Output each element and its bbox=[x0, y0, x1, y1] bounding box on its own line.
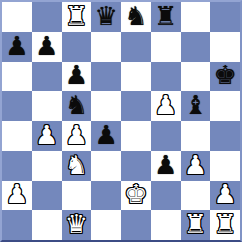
square-c3[interactable]: ♞ bbox=[62, 151, 92, 181]
square-f2[interactable] bbox=[151, 181, 181, 211]
white-rook[interactable]: ♜ bbox=[213, 211, 236, 237]
black-pawn[interactable]: ♟ bbox=[5, 33, 28, 59]
square-e1[interactable] bbox=[121, 210, 151, 240]
white-pawn[interactable]: ♟ bbox=[35, 122, 58, 148]
square-e6[interactable] bbox=[121, 62, 151, 92]
chess-board-grid: ♜♛♞♜♟♟♟♚♞♟♝♟♟♟♞♟♟♟♚♟♛♜♜ bbox=[2, 2, 240, 240]
square-c2[interactable] bbox=[62, 181, 92, 211]
square-b6[interactable] bbox=[32, 62, 62, 92]
square-d8[interactable]: ♛ bbox=[91, 2, 121, 32]
square-c7[interactable] bbox=[62, 32, 92, 62]
square-d5[interactable] bbox=[91, 91, 121, 121]
square-b2[interactable] bbox=[32, 181, 62, 211]
white-pawn[interactable]: ♟ bbox=[5, 181, 28, 207]
square-e7[interactable] bbox=[121, 32, 151, 62]
square-b7[interactable]: ♟ bbox=[32, 32, 62, 62]
white-rook[interactable]: ♜ bbox=[65, 3, 88, 29]
square-h3[interactable] bbox=[210, 151, 240, 181]
square-g3[interactable]: ♟ bbox=[181, 151, 211, 181]
square-h1[interactable]: ♜ bbox=[210, 210, 240, 240]
white-knight[interactable]: ♞ bbox=[65, 152, 88, 178]
black-pawn[interactable]: ♟ bbox=[35, 33, 58, 59]
square-h2[interactable]: ♟ bbox=[210, 181, 240, 211]
black-rook[interactable]: ♜ bbox=[154, 3, 177, 29]
black-knight[interactable]: ♞ bbox=[65, 92, 88, 118]
square-f3[interactable]: ♟ bbox=[151, 151, 181, 181]
square-h8[interactable] bbox=[210, 2, 240, 32]
square-f7[interactable] bbox=[151, 32, 181, 62]
black-queen[interactable]: ♛ bbox=[94, 3, 117, 29]
square-f6[interactable] bbox=[151, 62, 181, 92]
black-king[interactable]: ♚ bbox=[213, 62, 236, 88]
black-knight[interactable]: ♞ bbox=[124, 3, 147, 29]
square-d6[interactable] bbox=[91, 62, 121, 92]
square-g2[interactable] bbox=[181, 181, 211, 211]
square-d2[interactable] bbox=[91, 181, 121, 211]
square-e4[interactable] bbox=[121, 121, 151, 151]
white-pawn[interactable]: ♟ bbox=[154, 92, 177, 118]
chess-board: ♜♛♞♜♟♟♟♚♞♟♝♟♟♟♞♟♟♟♚♟♛♜♜ bbox=[0, 0, 242, 242]
square-c5[interactable]: ♞ bbox=[62, 91, 92, 121]
square-c1[interactable]: ♛ bbox=[62, 210, 92, 240]
black-bishop[interactable]: ♝ bbox=[184, 92, 207, 118]
square-f5[interactable]: ♟ bbox=[151, 91, 181, 121]
square-a1[interactable] bbox=[2, 210, 32, 240]
square-g4[interactable] bbox=[181, 121, 211, 151]
square-f4[interactable] bbox=[151, 121, 181, 151]
square-f1[interactable] bbox=[151, 210, 181, 240]
square-b1[interactable] bbox=[32, 210, 62, 240]
square-g5[interactable]: ♝ bbox=[181, 91, 211, 121]
square-c4[interactable]: ♟ bbox=[62, 121, 92, 151]
square-b4[interactable]: ♟ bbox=[32, 121, 62, 151]
square-h4[interactable] bbox=[210, 121, 240, 151]
black-pawn[interactable]: ♟ bbox=[154, 152, 177, 178]
square-e5[interactable] bbox=[121, 91, 151, 121]
square-f8[interactable]: ♜ bbox=[151, 2, 181, 32]
square-c6[interactable]: ♟ bbox=[62, 62, 92, 92]
square-h5[interactable] bbox=[210, 91, 240, 121]
square-a5[interactable] bbox=[2, 91, 32, 121]
square-a6[interactable] bbox=[2, 62, 32, 92]
white-rook[interactable]: ♜ bbox=[184, 211, 207, 237]
white-pawn[interactable]: ♟ bbox=[213, 181, 236, 207]
square-b5[interactable] bbox=[32, 91, 62, 121]
square-a8[interactable] bbox=[2, 2, 32, 32]
black-pawn[interactable]: ♟ bbox=[94, 122, 117, 148]
white-king[interactable]: ♚ bbox=[124, 181, 147, 207]
square-d7[interactable] bbox=[91, 32, 121, 62]
square-g7[interactable] bbox=[181, 32, 211, 62]
square-e8[interactable]: ♞ bbox=[121, 2, 151, 32]
white-pawn[interactable]: ♟ bbox=[65, 122, 88, 148]
square-a2[interactable]: ♟ bbox=[2, 181, 32, 211]
square-d1[interactable] bbox=[91, 210, 121, 240]
square-h6[interactable]: ♚ bbox=[210, 62, 240, 92]
square-g1[interactable]: ♜ bbox=[181, 210, 211, 240]
square-a3[interactable] bbox=[2, 151, 32, 181]
square-b3[interactable] bbox=[32, 151, 62, 181]
square-g8[interactable] bbox=[181, 2, 211, 32]
white-queen[interactable]: ♛ bbox=[65, 211, 88, 237]
square-h7[interactable] bbox=[210, 32, 240, 62]
square-a7[interactable]: ♟ bbox=[2, 32, 32, 62]
square-a4[interactable] bbox=[2, 121, 32, 151]
square-c8[interactable]: ♜ bbox=[62, 2, 92, 32]
white-pawn[interactable]: ♟ bbox=[184, 152, 207, 178]
black-pawn[interactable]: ♟ bbox=[65, 62, 88, 88]
square-g6[interactable] bbox=[181, 62, 211, 92]
square-b8[interactable] bbox=[32, 2, 62, 32]
square-e2[interactable]: ♚ bbox=[121, 181, 151, 211]
square-e3[interactable] bbox=[121, 151, 151, 181]
square-d4[interactable]: ♟ bbox=[91, 121, 121, 151]
square-d3[interactable] bbox=[91, 151, 121, 181]
